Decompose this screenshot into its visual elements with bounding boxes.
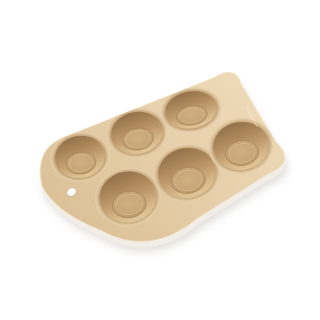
product-photo [0, 0, 320, 320]
muffin-pan-illustration [0, 0, 320, 320]
